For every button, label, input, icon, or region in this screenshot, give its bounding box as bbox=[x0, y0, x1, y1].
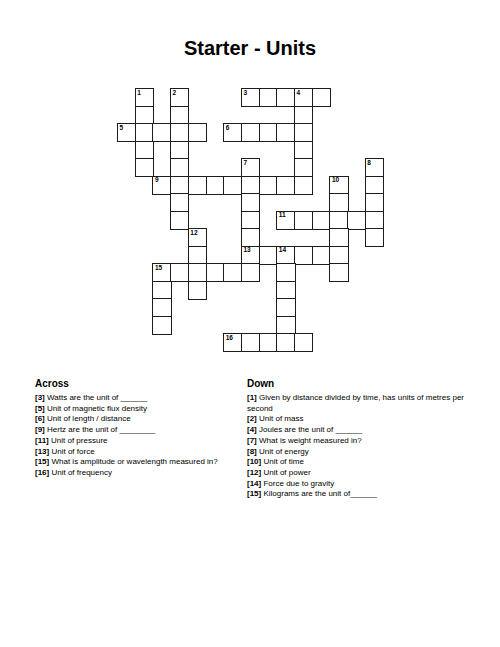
grid-cell-r0c3[interactable]: 2 bbox=[170, 88, 189, 107]
clue-down-1: [1] Given by distance divided by time, h… bbox=[247, 393, 472, 414]
grid-cell-r1c10[interactable] bbox=[294, 106, 313, 125]
grid-cell-r14c6[interactable]: 16 bbox=[223, 333, 242, 352]
grid-cell-r7c7[interactable] bbox=[241, 211, 260, 230]
cell-number-2: 2 bbox=[173, 90, 177, 97]
crossword-grid: 12345678910111213141516 bbox=[117, 88, 383, 351]
grid-cell-r10c2[interactable]: 15 bbox=[152, 263, 171, 282]
clue-across-3: [3] Watts are the unit of ______ bbox=[35, 393, 240, 404]
grid-cell-r2c10[interactable] bbox=[294, 123, 313, 142]
grid-cell-r5c5[interactable] bbox=[206, 176, 225, 195]
grid-cell-r6c7[interactable] bbox=[241, 193, 260, 212]
clue-number-down-12: [12] bbox=[247, 468, 261, 477]
clue-across-13: [13] Unit of force bbox=[35, 447, 240, 458]
clue-number-across-15: [15] bbox=[35, 457, 49, 466]
grid-cell-r10c6[interactable] bbox=[223, 263, 242, 282]
grid-cell-r13c9[interactable] bbox=[276, 316, 295, 335]
clue-number-down-15: [15] bbox=[247, 489, 261, 498]
clue-down-15: [15] Kilograms are the unit of______ bbox=[247, 489, 472, 500]
grid-cell-r0c9[interactable] bbox=[276, 88, 295, 107]
clue-across-15: [15] What is amplitude or wavelength mea… bbox=[35, 457, 240, 468]
clue-number-down-1: [1] bbox=[247, 393, 257, 402]
grid-cell-r2c8[interactable] bbox=[259, 123, 278, 142]
grid-cell-r9c8[interactable] bbox=[259, 246, 278, 265]
grid-cell-r14c7[interactable] bbox=[241, 333, 260, 352]
puzzle-title: Starter - Units bbox=[0, 37, 500, 60]
clue-across-5: [5] Unit of magnetic flux density bbox=[35, 404, 240, 415]
grid-cell-r5c2[interactable]: 9 bbox=[152, 176, 171, 195]
grid-cell-r7c14[interactable] bbox=[365, 211, 384, 230]
cell-number-6: 6 bbox=[226, 125, 230, 132]
grid-cell-r11c9[interactable] bbox=[276, 281, 295, 300]
grid-cell-r9c9[interactable]: 14 bbox=[276, 246, 295, 265]
crossword-worksheet: Starter - Units 12345678910111213141516 … bbox=[0, 0, 500, 647]
grid-cell-r4c1[interactable] bbox=[135, 158, 154, 177]
clue-number-down-10: [10] bbox=[247, 457, 261, 466]
grid-cell-r0c11[interactable] bbox=[312, 88, 331, 107]
clue-number-across-9: [9] bbox=[35, 425, 45, 434]
across-clues-section: Across [3] Watts are the unit of ______[… bbox=[35, 378, 240, 479]
grid-cell-r9c7[interactable]: 13 bbox=[241, 246, 260, 265]
grid-cell-r4c7[interactable]: 7 bbox=[241, 158, 260, 177]
cell-number-15: 15 bbox=[155, 265, 162, 272]
grid-cell-r2c0[interactable]: 5 bbox=[117, 123, 136, 142]
across-clue-list: [3] Watts are the unit of ______[5] Unit… bbox=[35, 393, 240, 479]
clue-number-down-8: [8] bbox=[247, 447, 257, 456]
clue-down-14: [14] Force due to gravity bbox=[247, 479, 472, 490]
cell-number-13: 13 bbox=[243, 247, 250, 254]
cell-number-11: 11 bbox=[279, 212, 286, 219]
grid-cell-r7c10[interactable] bbox=[294, 211, 313, 230]
clue-number-across-3: [3] bbox=[35, 393, 45, 402]
grid-cell-r3c3[interactable] bbox=[170, 141, 189, 160]
grid-cell-r9c12[interactable] bbox=[329, 246, 348, 265]
grid-cell-r2c1[interactable] bbox=[135, 123, 154, 142]
grid-cell-r4c10[interactable] bbox=[294, 158, 313, 177]
grid-cell-r5c14[interactable] bbox=[365, 176, 384, 195]
cell-number-12: 12 bbox=[190, 230, 197, 237]
grid-cell-r7c13[interactable] bbox=[347, 211, 366, 230]
grid-cell-r10c7[interactable] bbox=[241, 263, 260, 282]
down-clues-section: Down [1] Given by distance divided by ti… bbox=[247, 378, 472, 500]
grid-cell-r5c12[interactable]: 10 bbox=[329, 176, 348, 195]
clue-down-7: [7] What is weight measured in? bbox=[247, 436, 472, 447]
grid-cell-r3c10[interactable] bbox=[294, 141, 313, 160]
clue-number-across-16: [16] bbox=[35, 468, 49, 477]
grid-cell-r4c14[interactable]: 8 bbox=[365, 158, 384, 177]
grid-cell-r1c3[interactable] bbox=[170, 106, 189, 125]
grid-cell-r11c4[interactable] bbox=[188, 281, 207, 300]
grid-cell-r8c7[interactable] bbox=[241, 228, 260, 247]
grid-cell-r0c1[interactable]: 1 bbox=[135, 88, 154, 107]
cell-number-14: 14 bbox=[279, 247, 286, 254]
grid-cell-r5c6[interactable] bbox=[223, 176, 242, 195]
grid-cell-r2c7[interactable] bbox=[241, 123, 260, 142]
down-clue-list: [1] Given by distance divided by time, h… bbox=[247, 393, 472, 500]
grid-cell-r2c2[interactable] bbox=[152, 123, 171, 142]
cell-number-16: 16 bbox=[226, 335, 233, 342]
grid-cell-r9c10[interactable] bbox=[294, 246, 313, 265]
clue-number-across-13: [13] bbox=[35, 447, 49, 456]
cell-number-1: 1 bbox=[137, 90, 141, 97]
grid-cell-r7c12[interactable] bbox=[329, 211, 348, 230]
cell-number-9: 9 bbox=[155, 177, 159, 184]
cell-number-5: 5 bbox=[120, 125, 124, 132]
down-header: Down bbox=[247, 378, 472, 389]
cell-number-4: 4 bbox=[297, 90, 301, 97]
grid-cell-r5c3[interactable] bbox=[170, 176, 189, 195]
grid-cell-r7c9[interactable]: 11 bbox=[276, 211, 295, 230]
grid-cell-r12c9[interactable] bbox=[276, 298, 295, 317]
grid-cell-r6c3[interactable] bbox=[170, 193, 189, 212]
grid-cell-r8c4[interactable]: 12 bbox=[188, 228, 207, 247]
grid-cell-r5c7[interactable] bbox=[241, 176, 260, 195]
grid-cell-r13c2[interactable] bbox=[152, 316, 171, 335]
grid-cell-r9c4[interactable] bbox=[188, 246, 207, 265]
grid-cell-r0c8[interactable] bbox=[259, 88, 278, 107]
grid-cell-r0c7[interactable]: 3 bbox=[241, 88, 260, 107]
clue-number-across-11: [11] bbox=[35, 436, 49, 445]
grid-cell-r10c12[interactable] bbox=[329, 263, 348, 282]
grid-cell-r5c9[interactable] bbox=[276, 176, 295, 195]
grid-cell-r14c9[interactable] bbox=[276, 333, 295, 352]
clue-across-6: [6] Unit of length / distance bbox=[35, 414, 240, 425]
grid-cell-r11c2[interactable] bbox=[152, 281, 171, 300]
grid-cell-r8c14[interactable] bbox=[365, 228, 384, 247]
clue-down-2: [2] Unit of mass bbox=[247, 414, 472, 425]
grid-cell-r6c14[interactable] bbox=[365, 193, 384, 212]
clue-number-across-6: [6] bbox=[35, 414, 45, 423]
grid-cell-r2c9[interactable] bbox=[276, 123, 295, 142]
grid-cell-r10c9[interactable] bbox=[276, 263, 295, 282]
grid-cell-r10c5[interactable] bbox=[206, 263, 225, 282]
grid-cell-r14c8[interactable] bbox=[259, 333, 278, 352]
grid-cell-r1c1[interactable] bbox=[135, 106, 154, 125]
clue-across-16: [16] Unit of frequency bbox=[35, 468, 240, 479]
clue-number-down-14: [14] bbox=[247, 479, 261, 488]
grid-cell-r6c12[interactable] bbox=[329, 193, 348, 212]
clue-number-down-4: [4] bbox=[247, 425, 257, 434]
clue-down-4: [4] Joules are the unit of ______ bbox=[247, 425, 472, 436]
grid-cell-r12c2[interactable] bbox=[152, 298, 171, 317]
clue-down-12: [12] Unit of power bbox=[247, 468, 472, 479]
grid-cell-r2c4[interactable] bbox=[188, 123, 207, 142]
grid-cell-r10c3[interactable] bbox=[170, 263, 189, 282]
clue-across-11: [11] Unit of pressure bbox=[35, 436, 240, 447]
grid-cell-r3c1[interactable] bbox=[135, 141, 154, 160]
clue-across-9: [9] Hertz are the unit of ________ bbox=[35, 425, 240, 436]
grid-cell-r5c10[interactable] bbox=[294, 176, 313, 195]
clue-down-10: [10] Unit of time bbox=[247, 457, 472, 468]
cell-number-10: 10 bbox=[332, 177, 339, 184]
grid-cell-r5c4[interactable] bbox=[188, 176, 207, 195]
grid-cell-r14c10[interactable] bbox=[294, 333, 313, 352]
grid-cell-r8c12[interactable] bbox=[329, 228, 348, 247]
clue-number-down-7: [7] bbox=[247, 436, 257, 445]
grid-cell-r0c10[interactable]: 4 bbox=[294, 88, 313, 107]
clue-number-down-2: [2] bbox=[247, 414, 257, 423]
cell-number-3: 3 bbox=[243, 90, 247, 97]
cell-number-8: 8 bbox=[367, 160, 371, 167]
grid-cell-r10c4[interactable] bbox=[188, 263, 207, 282]
cell-number-7: 7 bbox=[243, 160, 247, 167]
clue-number-across-5: [5] bbox=[35, 404, 45, 413]
grid-cell-r5c8[interactable] bbox=[259, 176, 278, 195]
grid-cell-r4c3[interactable] bbox=[170, 158, 189, 177]
across-header: Across bbox=[35, 378, 240, 389]
clue-down-8: [8] Unit of energy bbox=[247, 447, 472, 458]
grid-cell-r2c6[interactable]: 6 bbox=[223, 123, 242, 142]
grid-cell-r7c3[interactable] bbox=[170, 211, 189, 230]
grid-cell-r9c11[interactable] bbox=[312, 246, 331, 265]
grid-cell-r2c3[interactable] bbox=[170, 123, 189, 142]
grid-cell-r7c11[interactable] bbox=[312, 211, 331, 230]
